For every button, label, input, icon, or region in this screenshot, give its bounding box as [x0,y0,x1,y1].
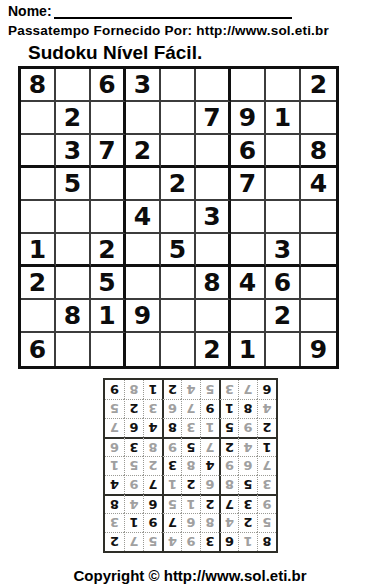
cell-r8c4: 9 [126,300,161,333]
cell-r3c3: 7 [91,135,126,168]
solution-cell-r8c4: 9 [200,399,219,418]
solution-cell-r2c8: 1 [124,513,143,532]
cell-r1c8 [266,69,301,102]
page-title: Sudoku Nível Fácil. [28,42,380,64]
solution-cell-r6c2: 4 [238,437,257,456]
solution-cell-r2c1: 5 [257,513,276,532]
cell-r5c6: 3 [196,201,231,234]
solution-cell-r7c4: 1 [200,418,219,437]
solution-cell-r4c3: 8 [219,475,238,494]
cell-r1c7 [231,69,266,102]
cell-r7c2 [56,267,91,300]
solution-cell-r7c6: 8 [162,418,181,437]
cell-r6c6 [196,234,231,267]
solution-cell-r1c2: 1 [238,532,257,551]
solution-cell-r5c6: 3 [162,456,181,475]
cell-r5c9 [301,201,336,234]
solution-cell-r7c8: 6 [124,418,143,437]
cell-r9c6: 2 [196,333,231,366]
cell-r6c8: 3 [266,234,301,267]
solution-cell-r5c1: 7 [257,456,276,475]
cell-r4c7: 7 [231,168,266,201]
solution-cell-r1c4: 3 [200,532,219,551]
solution-cell-r9c6: 2 [162,380,181,399]
cell-r9c3 [91,333,126,366]
cell-r8c2: 8 [56,300,91,333]
cell-r5c1 [21,201,56,234]
solution-cell-r7c5: 3 [181,418,200,437]
cell-r2c8: 1 [266,102,301,135]
cell-r1c5 [161,69,196,102]
solution-cell-r9c7: 1 [143,380,162,399]
cell-r1c6 [196,69,231,102]
solution-cell-r4c4: 6 [200,475,219,494]
cell-r4c5: 2 [161,168,196,201]
solution-cell-r1c1: 8 [257,532,276,551]
cell-r8c1 [21,300,56,333]
cell-r6c3: 2 [91,234,126,267]
cell-r5c7 [231,201,266,234]
cell-r6c2 [56,234,91,267]
solution-cell-r9c2: 7 [238,380,257,399]
cell-r3c6 [196,135,231,168]
cell-r3c8 [266,135,301,168]
page-header: Nome: Passatempo Fornecido Por: http://w… [0,0,380,64]
solution-cell-r1c5: 9 [181,532,200,551]
solution-cell-r6c6: 9 [162,437,181,456]
cell-r6c9 [301,234,336,267]
cell-r5c5 [161,201,196,234]
solution-cell-r3c8: 4 [124,494,143,513]
cell-r5c4: 4 [126,201,161,234]
solution-cell-r9c3: 3 [219,380,238,399]
solution-cell-r8c5: 7 [181,399,200,418]
solution-cell-r5c3: 9 [219,456,238,475]
cell-r3c4: 2 [126,135,161,168]
solution-cell-r8c6: 6 [162,399,181,418]
solution-cell-r7c7: 4 [143,418,162,437]
solution-cell-r1c3: 6 [219,532,238,551]
cell-r3c9: 8 [301,135,336,168]
cell-r1c1: 8 [21,69,56,102]
cell-r7c9 [301,267,336,300]
solution-cell-r6c9: 6 [105,437,124,456]
solution-cell-r3c6: 5 [162,494,181,513]
solution-cell-r8c9: 5 [105,399,124,418]
solution-cell-r4c5: 2 [181,475,200,494]
solution-cell-r5c5: 8 [181,456,200,475]
cell-r2c7: 9 [231,102,266,135]
solution-cell-r8c8: 2 [124,399,143,418]
cell-r5c8 [266,201,301,234]
solution-cell-r2c5: 6 [181,513,200,532]
solution-cell-r2c4: 8 [200,513,219,532]
solution-cell-r2c7: 9 [143,513,162,532]
worksheet-page: Nome: Passatempo Fornecido Por: http://w… [0,0,380,585]
solution-cell-r1c7: 5 [143,532,162,551]
solution-cell-r5c4: 4 [200,456,219,475]
solution-cell-r6c7: 8 [143,437,162,456]
solution-cell-r9c8: 8 [124,380,143,399]
solution-cell-r5c2: 6 [238,456,257,475]
cell-r9c4 [126,333,161,366]
solution-cell-r2c6: 7 [162,513,181,532]
name-row: Nome: [8,3,380,19]
solution-cell-r9c1: 6 [257,380,276,399]
solution-grid-rotated: 8163945725248679139372156483586217947694… [103,378,278,553]
cell-r7c4 [126,267,161,300]
solution-cell-r1c8: 7 [124,532,143,551]
cell-r7c7: 4 [231,267,266,300]
cell-r3c5 [161,135,196,168]
name-blank-line [54,3,292,19]
solution-cell-r3c9: 8 [105,494,124,513]
solution-cell-r8c7: 3 [143,399,162,418]
cell-r2c1 [21,102,56,135]
solution-cell-r9c5: 4 [181,380,200,399]
cell-r3c1 [21,135,56,168]
cell-r1c3: 6 [91,69,126,102]
cell-r2c4 [126,102,161,135]
cell-r4c8 [266,168,301,201]
solution-cell-r4c8: 9 [124,475,143,494]
solution-cell-r7c9: 7 [105,418,124,437]
solution-cell-r2c9: 3 [105,513,124,532]
solution-cell-r4c7: 7 [143,475,162,494]
cell-r6c4 [126,234,161,267]
cell-r7c3: 5 [91,267,126,300]
cell-r8c7 [231,300,266,333]
cell-r4c4 [126,168,161,201]
cell-r8c6 [196,300,231,333]
solution-cell-r4c2: 5 [238,475,257,494]
solution-cell-r7c3: 5 [219,418,238,437]
solution-cell-r3c7: 6 [143,494,162,513]
cell-r3c7: 6 [231,135,266,168]
solution-cell-r5c9: 1 [105,456,124,475]
solution-cell-r6c8: 3 [124,437,143,456]
solution-cell-r3c3: 7 [219,494,238,513]
cell-r8c9 [301,300,336,333]
provider-line: Passatempo Fornecido Por: http://www.sol… [8,23,380,38]
cell-r2c5 [161,102,196,135]
cell-r1c4: 3 [126,69,161,102]
cell-r2c3 [91,102,126,135]
solution-cell-r3c1: 9 [257,494,276,513]
cell-r9c2 [56,333,91,366]
solution-cell-r5c8: 5 [124,456,143,475]
cell-r7c1: 2 [21,267,56,300]
cell-r9c1: 6 [21,333,56,366]
cell-r7c5 [161,267,196,300]
solution-cell-r6c4: 7 [200,437,219,456]
solution-cell-r3c4: 2 [200,494,219,513]
cell-r4c6 [196,168,231,201]
cell-r9c5 [161,333,196,366]
cell-r6c1: 1 [21,234,56,267]
solution-cell-r9c4: 5 [200,380,219,399]
cell-r4c9: 4 [301,168,336,201]
cell-r6c5: 5 [161,234,196,267]
cell-r5c3 [91,201,126,234]
solution-cell-r4c1: 3 [257,475,276,494]
solution-cell-r8c1: 4 [257,399,276,418]
cell-r1c9: 2 [301,69,336,102]
cell-r5c2 [56,201,91,234]
solution-cell-r1c6: 4 [162,532,181,551]
solution-cell-r4c6: 1 [162,475,181,494]
solution-area: 8163945725248679139372156483586217947694… [0,378,380,553]
cell-r6c7 [231,234,266,267]
solution-cell-r7c2: 9 [238,418,257,437]
cell-r8c5 [161,300,196,333]
solution-cell-r9c9: 9 [105,380,124,399]
cell-r8c3: 1 [91,300,126,333]
cell-r2c9 [301,102,336,135]
cell-r9c9: 9 [301,333,336,366]
cell-r4c1 [21,168,56,201]
solution-cell-r6c5: 5 [181,437,200,456]
solution-cell-r3c5: 1 [181,494,200,513]
cell-r7c8: 6 [266,267,301,300]
solution-cell-r5c7: 2 [143,456,162,475]
cell-r8c8: 2 [266,300,301,333]
cell-r9c8 [266,333,301,366]
cell-r7c6: 8 [196,267,231,300]
cell-r4c3 [91,168,126,201]
solution-cell-r6c1: 1 [257,437,276,456]
copyright-line: Copyright © http://www.sol.eti.br [0,567,380,584]
sudoku-grid: 863227913726852744312532584681926219 [18,66,339,369]
cell-r9c7: 1 [231,333,266,366]
solution-cell-r3c2: 3 [238,494,257,513]
solution-cell-r8c3: 1 [219,399,238,418]
solution-cell-r2c2: 2 [238,513,257,532]
name-label: Nome: [8,3,52,19]
cell-r2c6: 7 [196,102,231,135]
cell-r4c2: 5 [56,168,91,201]
cell-r1c2 [56,69,91,102]
solution-cell-r6c3: 2 [219,437,238,456]
solution-cell-r2c3: 4 [219,513,238,532]
solution-cell-r1c9: 2 [105,532,124,551]
cell-r2c2: 2 [56,102,91,135]
cell-r3c2: 3 [56,135,91,168]
solution-cell-r8c2: 8 [238,399,257,418]
solution-cell-r4c9: 4 [105,475,124,494]
solution-cell-r7c1: 2 [257,418,276,437]
